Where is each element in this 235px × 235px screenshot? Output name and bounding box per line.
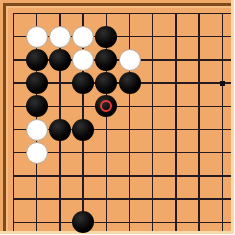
- black-stone: [26, 95, 48, 117]
- white-stone: [26, 142, 48, 164]
- grid-line-horizontal: [13, 222, 231, 224]
- board-border-highlight-left: [6, 6, 8, 231]
- black-stone: [95, 49, 117, 71]
- black-stone: [95, 72, 117, 94]
- black-stone: [49, 49, 71, 71]
- black-stone: [119, 72, 141, 94]
- white-stone: [72, 26, 94, 48]
- black-stone: [26, 72, 48, 94]
- white-stone: [72, 49, 94, 71]
- black-stone: [72, 119, 94, 141]
- black-stone: [95, 26, 117, 48]
- black-stone: [95, 95, 117, 117]
- star-point: [220, 81, 225, 86]
- red-circle-marker: [100, 100, 112, 112]
- crop-edge-bottom: [0, 231, 234, 235]
- black-stone: [26, 49, 48, 71]
- go-board: [0, 0, 234, 234]
- white-stone: [26, 119, 48, 141]
- white-stone: [49, 26, 71, 48]
- grid-line-vertical: [222, 13, 224, 231]
- grid-line-horizontal: [13, 198, 231, 200]
- black-stone: [72, 72, 94, 94]
- crop-edge-right: [231, 0, 235, 234]
- board-border-highlight-top: [6, 6, 231, 8]
- white-stone: [119, 49, 141, 71]
- black-stone: [49, 119, 71, 141]
- white-stone: [26, 26, 48, 48]
